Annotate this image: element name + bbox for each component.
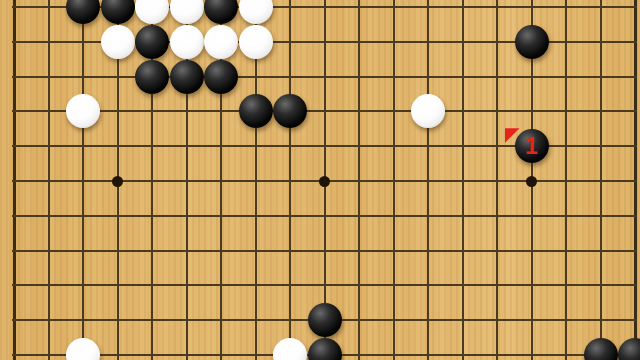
white-stone: [135, 0, 169, 24]
black-stone: [135, 60, 169, 94]
white-stone: [170, 0, 204, 24]
white-stone: [170, 25, 204, 59]
grid-line-horizontal: [12, 250, 637, 252]
grid-line-horizontal: [12, 76, 637, 78]
white-stone: [239, 0, 273, 24]
black-stone: [204, 0, 238, 24]
black-stone: [515, 25, 549, 59]
white-stone: [204, 25, 238, 59]
white-stone: [273, 338, 307, 360]
white-stone: [411, 94, 445, 128]
black-stone: [170, 60, 204, 94]
white-stone: [66, 94, 100, 128]
grid-line-horizontal: [12, 284, 637, 286]
black-stone: [239, 94, 273, 128]
app-viewport: 1: [0, 0, 640, 360]
grid-line-horizontal: [12, 110, 637, 112]
black-stone: [308, 338, 342, 360]
black-stone: [101, 0, 135, 24]
star-point: [319, 176, 330, 187]
move-number-label: 1: [515, 129, 549, 163]
go-board[interactable]: 1: [0, 0, 640, 360]
black-stone: [135, 25, 169, 59]
star-point: [526, 176, 537, 187]
black-stone: [204, 60, 238, 94]
grid-line-horizontal: [12, 215, 637, 217]
white-stone: [101, 25, 135, 59]
black-stone: [584, 338, 618, 360]
black-stone: [66, 0, 100, 24]
star-point: [112, 176, 123, 187]
black-stone: [618, 338, 640, 360]
black-stone: [273, 94, 307, 128]
black-stone: [308, 303, 342, 337]
white-stone: [239, 25, 273, 59]
white-stone: [66, 338, 100, 360]
